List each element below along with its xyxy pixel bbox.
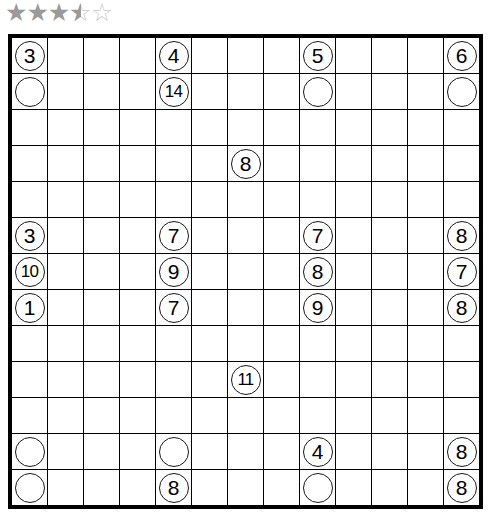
cell-r9c8[interactable] (264, 326, 299, 361)
cell-r8c9[interactable]: 9 (300, 290, 335, 325)
cell-r12c8[interactable] (264, 434, 299, 469)
empty-circle-clue (15, 77, 45, 107)
cell-r11c7[interactable] (228, 398, 263, 433)
cell-r5c5[interactable] (156, 182, 191, 217)
cell-r7c6[interactable] (192, 254, 227, 289)
cell-r7c7[interactable] (228, 254, 263, 289)
number-circle-clue: 3 (15, 221, 45, 251)
cell-r5c3[interactable] (84, 182, 119, 217)
cell-r7c2[interactable] (48, 254, 83, 289)
cell-r11c3[interactable] (84, 398, 119, 433)
cell-r9c13[interactable] (444, 326, 479, 361)
cell-r3c11[interactable] (372, 110, 407, 145)
cell-r13c2[interactable] (48, 470, 83, 505)
number-circle-clue: 8 (447, 473, 477, 503)
cell-r3c9[interactable] (300, 110, 335, 145)
star-half-icon: ☆★ (69, 0, 90, 28)
cell-r5c2[interactable] (48, 182, 83, 217)
cell-r5c7[interactable] (228, 182, 263, 217)
cell-r9c7[interactable] (228, 326, 263, 361)
cell-r11c6[interactable] (192, 398, 227, 433)
cell-r9c5[interactable] (156, 326, 191, 361)
cell-r9c10[interactable] (336, 326, 371, 361)
cell-r8c2[interactable] (48, 290, 83, 325)
cell-r11c9[interactable] (300, 398, 335, 433)
cell-r13c7[interactable] (228, 470, 263, 505)
cell-r13c5[interactable]: 8 (156, 470, 191, 505)
cell-r8c5[interactable]: 7 (156, 290, 191, 325)
cell-r3c10[interactable] (336, 110, 371, 145)
cell-r6c7[interactable] (228, 218, 263, 253)
cell-r9c4[interactable] (120, 326, 155, 361)
cell-r2c8[interactable] (264, 74, 299, 109)
cell-r3c3[interactable] (84, 110, 119, 145)
cell-r7c9[interactable]: 8 (300, 254, 335, 289)
cell-r2c12[interactable] (408, 74, 443, 109)
cell-r1c3[interactable] (84, 38, 119, 73)
cell-r13c9[interactable] (300, 470, 335, 505)
difficulty-rating: ★★★☆★☆ (5, 0, 112, 28)
cell-r10c11[interactable] (372, 362, 407, 397)
cell-r8c7[interactable] (228, 290, 263, 325)
empty-circle-clue (159, 437, 189, 467)
cell-r8c4[interactable] (120, 290, 155, 325)
cell-r13c12[interactable] (408, 470, 443, 505)
empty-circle-clue (447, 77, 477, 107)
star-filled-icon: ★ (26, 0, 47, 28)
cell-r6c12[interactable] (408, 218, 443, 253)
number-circle-clue: 4 (159, 41, 189, 71)
cell-r6c1[interactable]: 3 (12, 218, 47, 253)
cell-r2c9[interactable] (300, 74, 335, 109)
cell-r9c11[interactable] (372, 326, 407, 361)
empty-circle-clue (15, 473, 45, 503)
cell-r10c1[interactable] (12, 362, 47, 397)
cell-r6c6[interactable] (192, 218, 227, 253)
cell-r1c9[interactable]: 5 (300, 38, 335, 73)
number-circle-clue: 8 (231, 149, 261, 179)
cell-r8c10[interactable] (336, 290, 371, 325)
number-circle-clue: 9 (303, 293, 333, 323)
cell-r12c9[interactable]: 4 (300, 434, 335, 469)
cell-r1c7[interactable] (228, 38, 263, 73)
cell-r4c4[interactable] (120, 146, 155, 181)
number-circle-clue: 4 (303, 437, 333, 467)
cell-r4c13[interactable] (444, 146, 479, 181)
cell-r11c11[interactable] (372, 398, 407, 433)
empty-circle-clue (303, 77, 333, 107)
cell-r11c2[interactable] (48, 398, 83, 433)
number-circle-clue: 7 (159, 221, 189, 251)
cell-r7c8[interactable] (264, 254, 299, 289)
cell-r6c5[interactable]: 7 (156, 218, 191, 253)
number-circle-clue: 7 (303, 221, 333, 251)
cell-r3c12[interactable] (408, 110, 443, 145)
number-circle-clue: 10 (15, 257, 45, 287)
cell-r12c13[interactable]: 8 (444, 434, 479, 469)
cell-r2c10[interactable] (336, 74, 371, 109)
star-empty-icon: ☆ (91, 0, 112, 28)
number-circle-clue: 1 (15, 293, 45, 323)
cell-r12c6[interactable] (192, 434, 227, 469)
cell-r5c4[interactable] (120, 182, 155, 217)
cell-r11c10[interactable] (336, 398, 371, 433)
cell-r10c4[interactable] (120, 362, 155, 397)
cell-r3c1[interactable] (12, 110, 47, 145)
cell-r3c4[interactable] (120, 110, 155, 145)
cell-r6c8[interactable] (264, 218, 299, 253)
cell-r13c10[interactable] (336, 470, 371, 505)
cell-r10c5[interactable] (156, 362, 191, 397)
cell-r12c1[interactable] (12, 434, 47, 469)
empty-circle-clue (303, 473, 333, 503)
cell-r7c13[interactable]: 7 (444, 254, 479, 289)
cell-r5c8[interactable] (264, 182, 299, 217)
cell-r1c13[interactable]: 6 (444, 38, 479, 73)
cell-r1c4[interactable] (120, 38, 155, 73)
cell-r13c13[interactable]: 8 (444, 470, 479, 505)
cell-r10c2[interactable] (48, 362, 83, 397)
cell-r1c2[interactable] (48, 38, 83, 73)
cell-r13c1[interactable] (12, 470, 47, 505)
cell-r13c8[interactable] (264, 470, 299, 505)
puzzle-board: 34561483778109871798114888 (8, 34, 483, 509)
number-circle-clue: 8 (447, 221, 477, 251)
cell-r3c8[interactable] (264, 110, 299, 145)
cell-r8c3[interactable] (84, 290, 119, 325)
cell-r12c2[interactable] (48, 434, 83, 469)
number-circle-clue: 8 (447, 437, 477, 467)
cell-r5c13[interactable] (444, 182, 479, 217)
cell-r7c4[interactable] (120, 254, 155, 289)
cell-r2c1[interactable] (12, 74, 47, 109)
cell-r7c5[interactable]: 9 (156, 254, 191, 289)
cell-r11c5[interactable] (156, 398, 191, 433)
cell-r9c3[interactable] (84, 326, 119, 361)
cell-r4c9[interactable] (300, 146, 335, 181)
cell-r1c8[interactable] (264, 38, 299, 73)
star-filled-icon: ★ (48, 0, 69, 28)
number-circle-clue: 8 (303, 257, 333, 287)
number-circle-clue: 9 (159, 257, 189, 287)
cell-r11c1[interactable] (12, 398, 47, 433)
cell-r5c1[interactable] (12, 182, 47, 217)
cell-r3c5[interactable] (156, 110, 191, 145)
cell-r4c2[interactable] (48, 146, 83, 181)
cell-r4c5[interactable] (156, 146, 191, 181)
cell-r9c12[interactable] (408, 326, 443, 361)
cell-r5c9[interactable] (300, 182, 335, 217)
cell-r12c12[interactable] (408, 434, 443, 469)
cell-r11c8[interactable] (264, 398, 299, 433)
cell-r6c4[interactable] (120, 218, 155, 253)
cell-r2c4[interactable] (120, 74, 155, 109)
star-half-fill: ★ (69, 0, 81, 28)
cell-r2c7[interactable] (228, 74, 263, 109)
number-circle-clue: 6 (447, 41, 477, 71)
cell-r1c12[interactable] (408, 38, 443, 73)
cell-r8c13[interactable]: 8 (444, 290, 479, 325)
cell-r3c13[interactable] (444, 110, 479, 145)
number-circle-clue: 14 (159, 77, 189, 107)
empty-circle-clue (15, 437, 45, 467)
cell-r4c1[interactable] (12, 146, 47, 181)
cell-r12c3[interactable] (84, 434, 119, 469)
cell-r3c7[interactable] (228, 110, 263, 145)
cell-r6c9[interactable]: 7 (300, 218, 335, 253)
cell-r12c7[interactable] (228, 434, 263, 469)
cell-r13c3[interactable] (84, 470, 119, 505)
cell-r2c11[interactable] (372, 74, 407, 109)
cell-r11c12[interactable] (408, 398, 443, 433)
cell-r2c6[interactable] (192, 74, 227, 109)
cell-r7c12[interactable] (408, 254, 443, 289)
cell-r5c10[interactable] (336, 182, 371, 217)
cell-r1c10[interactable] (336, 38, 371, 73)
cell-r4c8[interactable] (264, 146, 299, 181)
cell-r10c7[interactable]: 11 (228, 362, 263, 397)
cell-r10c10[interactable] (336, 362, 371, 397)
cell-r9c9[interactable] (300, 326, 335, 361)
cell-r7c1[interactable]: 10 (12, 254, 47, 289)
number-circle-clue: 8 (159, 473, 189, 503)
cell-r8c11[interactable] (372, 290, 407, 325)
cell-r5c6[interactable] (192, 182, 227, 217)
cell-r13c11[interactable] (372, 470, 407, 505)
cell-r8c8[interactable] (264, 290, 299, 325)
cell-r1c5[interactable]: 4 (156, 38, 191, 73)
star-filled-icon: ★ (5, 0, 26, 28)
cell-r7c10[interactable] (336, 254, 371, 289)
cell-r3c2[interactable] (48, 110, 83, 145)
number-circle-clue: 7 (159, 293, 189, 323)
number-circle-clue: 5 (303, 41, 333, 71)
cell-r6c11[interactable] (372, 218, 407, 253)
cell-r6c13[interactable]: 8 (444, 218, 479, 253)
cell-r2c3[interactable] (84, 74, 119, 109)
cell-r7c3[interactable] (84, 254, 119, 289)
cell-r4c7[interactable]: 8 (228, 146, 263, 181)
number-circle-clue: 11 (231, 365, 261, 395)
cell-r4c12[interactable] (408, 146, 443, 181)
number-circle-clue: 3 (15, 41, 45, 71)
cell-r6c10[interactable] (336, 218, 371, 253)
cell-r4c10[interactable] (336, 146, 371, 181)
cell-r2c2[interactable] (48, 74, 83, 109)
cell-r8c1[interactable]: 1 (12, 290, 47, 325)
cell-r1c11[interactable] (372, 38, 407, 73)
cell-r9c6[interactable] (192, 326, 227, 361)
cell-r1c6[interactable] (192, 38, 227, 73)
cell-r13c4[interactable] (120, 470, 155, 505)
cell-r6c3[interactable] (84, 218, 119, 253)
cell-r2c13[interactable] (444, 74, 479, 109)
cell-r5c12[interactable] (408, 182, 443, 217)
cell-r4c6[interactable] (192, 146, 227, 181)
cell-r12c11[interactable] (372, 434, 407, 469)
cell-r9c1[interactable] (12, 326, 47, 361)
cell-r2c5[interactable]: 14 (156, 74, 191, 109)
cell-r1c1[interactable]: 3 (12, 38, 47, 73)
cell-r12c10[interactable] (336, 434, 371, 469)
cell-r10c12[interactable] (408, 362, 443, 397)
cell-r10c9[interactable] (300, 362, 335, 397)
number-circle-clue: 8 (447, 293, 477, 323)
cell-r9c2[interactable] (48, 326, 83, 361)
cell-r13c6[interactable] (192, 470, 227, 505)
cell-r10c8[interactable] (264, 362, 299, 397)
cell-r11c13[interactable] (444, 398, 479, 433)
cell-r10c3[interactable] (84, 362, 119, 397)
cell-r11c4[interactable] (120, 398, 155, 433)
cell-r3c6[interactable] (192, 110, 227, 145)
cell-r5c11[interactable] (372, 182, 407, 217)
number-circle-clue: 7 (447, 257, 477, 287)
cell-r4c11[interactable] (372, 146, 407, 181)
cell-r8c6[interactable] (192, 290, 227, 325)
cell-r12c4[interactable] (120, 434, 155, 469)
cell-r6c2[interactable] (48, 218, 83, 253)
cell-r8c12[interactable] (408, 290, 443, 325)
cell-r7c11[interactable] (372, 254, 407, 289)
cell-r10c13[interactable] (444, 362, 479, 397)
cell-r4c3[interactable] (84, 146, 119, 181)
cell-r12c5[interactable] (156, 434, 191, 469)
cell-r10c6[interactable] (192, 362, 227, 397)
